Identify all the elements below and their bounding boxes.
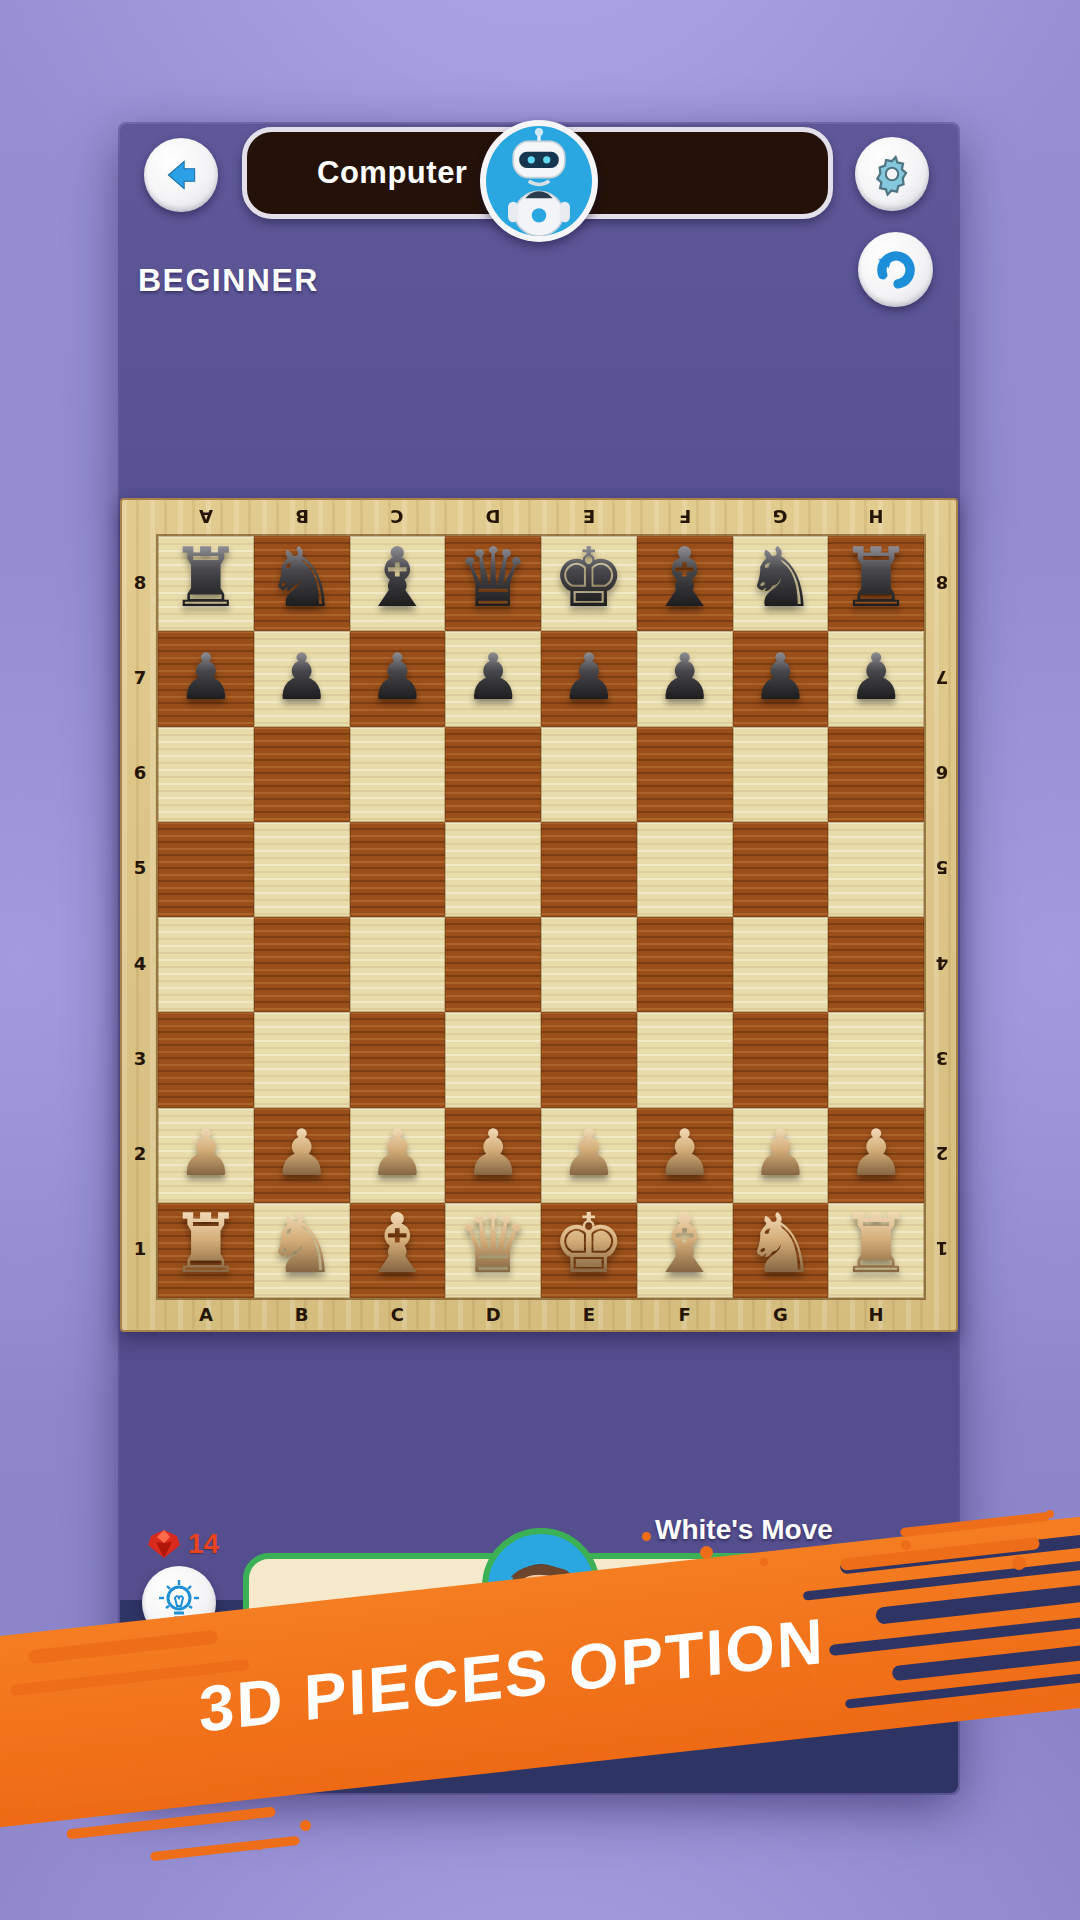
square-b2[interactable]: ♟ bbox=[254, 1108, 350, 1203]
rank-label-right-8: 8 bbox=[922, 572, 962, 593]
turn-status: White's Move bbox=[655, 1514, 833, 1546]
square-d4[interactable] bbox=[445, 917, 541, 1012]
black-knight-b8[interactable]: ♞ bbox=[265, 537, 339, 619]
black-bishop-f8[interactable]: ♝ bbox=[648, 537, 722, 619]
white-pawn-d2[interactable]: ♟ bbox=[464, 1121, 521, 1185]
square-a6[interactable] bbox=[158, 727, 254, 822]
square-e6[interactable] bbox=[541, 727, 637, 822]
file-label-top-d: D bbox=[473, 506, 513, 527]
square-b3[interactable] bbox=[254, 1012, 350, 1107]
square-g4[interactable] bbox=[733, 917, 829, 1012]
square-a1[interactable]: ♜ bbox=[158, 1203, 254, 1298]
square-g6[interactable] bbox=[733, 727, 829, 822]
hint-count: 14 bbox=[188, 1528, 219, 1560]
square-b6[interactable] bbox=[254, 727, 350, 822]
black-pawn-f7[interactable]: ♟ bbox=[656, 645, 713, 709]
restart-icon bbox=[871, 245, 921, 295]
white-pawn-a2[interactable]: ♟ bbox=[177, 1121, 234, 1185]
black-king-e8[interactable]: ♚ bbox=[552, 537, 626, 619]
square-d6[interactable] bbox=[445, 727, 541, 822]
file-label-bottom-g: G bbox=[760, 1304, 800, 1325]
square-g5[interactable] bbox=[733, 822, 829, 917]
rank-label-left-3: 3 bbox=[120, 1048, 160, 1069]
square-h2[interactable]: ♟ bbox=[828, 1108, 924, 1203]
black-pawn-d7[interactable]: ♟ bbox=[464, 645, 521, 709]
square-a7[interactable]: ♟ bbox=[158, 631, 254, 726]
square-c8[interactable]: ♝ bbox=[350, 536, 446, 631]
square-g2[interactable]: ♟ bbox=[733, 1108, 829, 1203]
square-b4[interactable] bbox=[254, 917, 350, 1012]
rank-label-left-5: 5 bbox=[120, 857, 160, 878]
square-e4[interactable] bbox=[541, 917, 637, 1012]
file-label-top-c: C bbox=[377, 506, 417, 527]
robot-icon bbox=[486, 126, 592, 236]
black-bishop-c8[interactable]: ♝ bbox=[361, 537, 435, 619]
rank-label-right-7: 7 bbox=[922, 667, 962, 688]
black-queen-d8[interactable]: ♛ bbox=[456, 537, 530, 619]
black-rook-a8[interactable]: ♜ bbox=[169, 537, 243, 619]
square-a5[interactable] bbox=[158, 822, 254, 917]
square-g1[interactable]: ♞ bbox=[733, 1203, 829, 1298]
back-button[interactable] bbox=[144, 138, 218, 212]
square-f6[interactable] bbox=[637, 727, 733, 822]
file-label-top-b: B bbox=[282, 506, 322, 527]
restart-button[interactable] bbox=[858, 232, 933, 307]
board-grid: ♜♞♝♛♚♝♞♜♟♟♟♟♟♟♟♟♟♟♟♟♟♟♟♟♜♞♝♛♚♝♞♜ bbox=[158, 536, 924, 1298]
square-b7[interactable]: ♟ bbox=[254, 631, 350, 726]
black-pawn-h7[interactable]: ♟ bbox=[847, 645, 904, 709]
file-label-top-e: E bbox=[569, 506, 609, 527]
square-f4[interactable] bbox=[637, 917, 733, 1012]
square-e2[interactable]: ♟ bbox=[541, 1108, 637, 1203]
square-e8[interactable]: ♚ bbox=[541, 536, 637, 631]
square-a2[interactable]: ♟ bbox=[158, 1108, 254, 1203]
square-c4[interactable] bbox=[350, 917, 446, 1012]
white-knight-g1[interactable]: ♞ bbox=[744, 1203, 818, 1285]
rank-label-right-3: 3 bbox=[922, 1048, 962, 1069]
promo-banner-text: 3D PIECES OPTION bbox=[198, 1603, 825, 1746]
square-a4[interactable] bbox=[158, 917, 254, 1012]
white-pawn-f2[interactable]: ♟ bbox=[656, 1121, 713, 1185]
square-g3[interactable] bbox=[733, 1012, 829, 1107]
rank-label-left-2: 2 bbox=[120, 1143, 160, 1164]
square-h4[interactable] bbox=[828, 917, 924, 1012]
rank-label-right-2: 2 bbox=[922, 1143, 962, 1164]
square-d7[interactable]: ♟ bbox=[445, 631, 541, 726]
square-d8[interactable]: ♛ bbox=[445, 536, 541, 631]
black-pawn-c7[interactable]: ♟ bbox=[369, 645, 426, 709]
square-e5[interactable] bbox=[541, 822, 637, 917]
black-pawn-b7[interactable]: ♟ bbox=[273, 645, 330, 709]
square-e3[interactable] bbox=[541, 1012, 637, 1107]
settings-button[interactable] bbox=[855, 137, 929, 211]
square-a3[interactable] bbox=[158, 1012, 254, 1107]
white-rook-a1[interactable]: ♜ bbox=[169, 1203, 243, 1285]
rank-label-right-6: 6 bbox=[922, 762, 962, 783]
level-label: BEGINNER bbox=[138, 262, 319, 299]
back-arrow-icon bbox=[160, 154, 202, 196]
square-h6[interactable] bbox=[828, 727, 924, 822]
square-h1[interactable]: ♜ bbox=[828, 1203, 924, 1298]
rank-label-left-7: 7 bbox=[120, 667, 160, 688]
rank-label-left-1: 1 bbox=[120, 1238, 160, 1259]
square-c6[interactable] bbox=[350, 727, 446, 822]
square-a8[interactable]: ♜ bbox=[158, 536, 254, 631]
file-label-bottom-b: B bbox=[282, 1304, 322, 1325]
white-king-e1[interactable]: ♚ bbox=[552, 1203, 626, 1285]
square-c3[interactable] bbox=[350, 1012, 446, 1107]
file-label-bottom-c: C bbox=[377, 1304, 417, 1325]
white-knight-b1[interactable]: ♞ bbox=[265, 1203, 339, 1285]
black-pawn-g7[interactable]: ♟ bbox=[752, 645, 809, 709]
square-d3[interactable] bbox=[445, 1012, 541, 1107]
file-label-top-g: G bbox=[760, 506, 800, 527]
square-f8[interactable]: ♝ bbox=[637, 536, 733, 631]
rank-label-left-6: 6 bbox=[120, 762, 160, 783]
rank-label-right-1: 1 bbox=[922, 1238, 962, 1259]
square-f2[interactable]: ♟ bbox=[637, 1108, 733, 1203]
rank-label-left-8: 8 bbox=[120, 572, 160, 593]
square-b5[interactable] bbox=[254, 822, 350, 917]
rank-label-right-4: 4 bbox=[922, 953, 962, 974]
app-background: Computer bbox=[0, 0, 1080, 1920]
gem-icon bbox=[146, 1528, 182, 1560]
gear-icon bbox=[869, 151, 915, 197]
square-f5[interactable] bbox=[637, 822, 733, 917]
white-queen-d1[interactable]: ♛ bbox=[456, 1203, 530, 1285]
file-label-top-f: F bbox=[665, 506, 705, 527]
file-label-bottom-f: F bbox=[665, 1304, 705, 1325]
square-f1[interactable]: ♝ bbox=[637, 1203, 733, 1298]
white-pawn-h2[interactable]: ♟ bbox=[847, 1121, 904, 1185]
square-b1[interactable]: ♞ bbox=[254, 1203, 350, 1298]
file-label-bottom-a: A bbox=[186, 1304, 226, 1325]
black-pawn-a7[interactable]: ♟ bbox=[177, 645, 234, 709]
square-d1[interactable]: ♛ bbox=[445, 1203, 541, 1298]
square-d5[interactable] bbox=[445, 822, 541, 917]
file-label-bottom-d: D bbox=[473, 1304, 513, 1325]
white-bishop-f1[interactable]: ♝ bbox=[648, 1203, 722, 1285]
square-g7[interactable]: ♟ bbox=[733, 631, 829, 726]
square-h8[interactable]: ♜ bbox=[828, 536, 924, 631]
square-f3[interactable] bbox=[637, 1012, 733, 1107]
square-g8[interactable]: ♞ bbox=[733, 536, 829, 631]
chess-board: ABCDEFGH ABCDEFGH 87654321 87654321 ♜♞♝♛… bbox=[120, 498, 958, 1332]
file-label-bottom-e: E bbox=[569, 1304, 609, 1325]
file-label-top-h: H bbox=[856, 506, 896, 527]
square-c2[interactable]: ♟ bbox=[350, 1108, 446, 1203]
white-pawn-g2[interactable]: ♟ bbox=[752, 1121, 809, 1185]
rank-label-right-5: 5 bbox=[922, 857, 962, 878]
white-bishop-c1[interactable]: ♝ bbox=[361, 1203, 435, 1285]
square-h7[interactable]: ♟ bbox=[828, 631, 924, 726]
hint-counter: 14 bbox=[146, 1528, 219, 1560]
square-h5[interactable] bbox=[828, 822, 924, 917]
square-c1[interactable]: ♝ bbox=[350, 1203, 446, 1298]
file-label-bottom-h: H bbox=[856, 1304, 896, 1325]
black-rook-h8[interactable]: ♜ bbox=[839, 537, 913, 619]
black-knight-g8[interactable]: ♞ bbox=[744, 537, 818, 619]
square-h3[interactable] bbox=[828, 1012, 924, 1107]
white-pawn-c2[interactable]: ♟ bbox=[369, 1121, 426, 1185]
square-c5[interactable] bbox=[350, 822, 446, 917]
square-e1[interactable]: ♚ bbox=[541, 1203, 637, 1298]
square-e7[interactable]: ♟ bbox=[541, 631, 637, 726]
black-pawn-e7[interactable]: ♟ bbox=[560, 645, 617, 709]
square-c7[interactable]: ♟ bbox=[350, 631, 446, 726]
file-label-top-a: A bbox=[186, 506, 226, 527]
square-f7[interactable]: ♟ bbox=[637, 631, 733, 726]
square-b8[interactable]: ♞ bbox=[254, 536, 350, 631]
white-pawn-e2[interactable]: ♟ bbox=[560, 1121, 617, 1185]
rank-label-left-4: 4 bbox=[120, 953, 160, 974]
white-pawn-b2[interactable]: ♟ bbox=[273, 1121, 330, 1185]
robot-avatar bbox=[480, 120, 598, 242]
square-d2[interactable]: ♟ bbox=[445, 1108, 541, 1203]
white-rook-h1[interactable]: ♜ bbox=[839, 1203, 913, 1285]
